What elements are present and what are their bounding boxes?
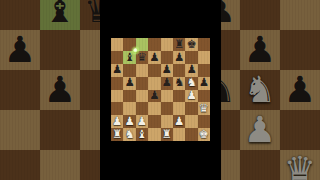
white-knight[interactable]: ♞ <box>124 129 134 141</box>
white-bishop[interactable]: ♝ <box>137 129 147 141</box>
square-h1[interactable]: ♚ <box>198 128 210 141</box>
square-h7[interactable] <box>198 51 210 64</box>
square-f5[interactable]: ♞ <box>173 77 185 90</box>
square-c7[interactable]: ♛ <box>136 51 148 64</box>
chess-board[interactable]: ♜♚♝♛♟♟♟♟♟♟♟♞♞♟♟♟♛♟♟♟♟♜♞♝♜♚ <box>111 38 210 141</box>
square-c5[interactable] <box>136 77 148 90</box>
square-b4[interactable] <box>123 90 135 103</box>
square-g1[interactable] <box>185 128 197 141</box>
square-h8[interactable] <box>198 38 210 51</box>
square-g2[interactable] <box>185 115 197 128</box>
square-g4[interactable]: ♟ <box>185 90 197 103</box>
square-e1[interactable]: ♜ <box>161 128 173 141</box>
square-d8[interactable] <box>148 38 160 51</box>
letterbox-column: ♜♚♝♛♟♟♟♟♟♟♟♞♞♟♟♟♛♟♟♟♟♜♞♝♜♚ <box>100 0 221 180</box>
black-pawn[interactable]: ♟ <box>112 64 122 76</box>
square-b7[interactable]: ♝ <box>123 51 135 64</box>
square-c1[interactable]: ♝ <box>136 128 148 141</box>
square-e8[interactable] <box>161 38 173 51</box>
black-pawn[interactable]: ♟ <box>174 52 184 64</box>
square-b5[interactable]: ♟ <box>123 77 135 90</box>
square-h5[interactable]: ♟ <box>198 77 210 90</box>
square-f4[interactable] <box>173 90 185 103</box>
square-a4[interactable] <box>111 90 123 103</box>
square-e5[interactable]: ♟ <box>161 77 173 90</box>
white-rook[interactable]: ♜ <box>112 129 122 141</box>
white-knight[interactable]: ♞ <box>186 77 196 89</box>
white-pawn[interactable]: ♟ <box>112 116 122 128</box>
black-king[interactable]: ♚ <box>186 39 196 51</box>
square-d3[interactable] <box>148 102 160 115</box>
white-rook[interactable]: ♜ <box>162 129 172 141</box>
black-pawn[interactable]: ♟ <box>186 64 196 76</box>
square-d2[interactable] <box>148 115 160 128</box>
white-queen[interactable]: ♛ <box>199 103 209 115</box>
square-e4[interactable] <box>161 90 173 103</box>
black-pawn[interactable]: ♟ <box>162 77 172 89</box>
square-c6[interactable] <box>136 64 148 77</box>
square-g3[interactable] <box>185 102 197 115</box>
square-f2[interactable]: ♟ <box>173 115 185 128</box>
black-pawn[interactable]: ♟ <box>162 64 172 76</box>
black-knight[interactable]: ♞ <box>174 77 184 89</box>
square-d4[interactable]: ♟ <box>148 90 160 103</box>
square-b1[interactable]: ♞ <box>123 128 135 141</box>
black-rook[interactable]: ♜ <box>174 39 184 51</box>
white-pawn[interactable]: ♟ <box>137 116 147 128</box>
video-frame: ♜♚♝♛♟♟♟♟♟♟♟♞♞♟♟♟♛♟♟♟♟♜♞♝♜♚ ♜♚♝♛♟♟♟♟♟♟♟♞♞… <box>0 0 320 180</box>
square-c4[interactable] <box>136 90 148 103</box>
black-pawn[interactable]: ♟ <box>199 77 209 89</box>
white-pawn[interactable]: ♟ <box>186 90 196 102</box>
square-h3[interactable]: ♛ <box>198 102 210 115</box>
square-a8[interactable] <box>111 38 123 51</box>
black-pawn[interactable]: ♟ <box>149 52 159 64</box>
square-a6[interactable]: ♟ <box>111 64 123 77</box>
square-a1[interactable]: ♜ <box>111 128 123 141</box>
white-pawn[interactable]: ♟ <box>124 116 134 128</box>
black-pawn[interactable]: ♟ <box>149 90 159 102</box>
square-a5[interactable] <box>111 77 123 90</box>
square-g8[interactable]: ♚ <box>185 38 197 51</box>
square-f1[interactable] <box>173 128 185 141</box>
square-d1[interactable] <box>148 128 160 141</box>
square-f8[interactable]: ♜ <box>173 38 185 51</box>
square-e3[interactable] <box>161 102 173 115</box>
square-d7[interactable]: ♟ <box>148 51 160 64</box>
square-f7[interactable]: ♟ <box>173 51 185 64</box>
white-king[interactable]: ♚ <box>199 129 209 141</box>
square-d6[interactable] <box>148 64 160 77</box>
black-queen[interactable]: ♛ <box>137 52 147 64</box>
black-bishop[interactable]: ♝ <box>124 52 134 64</box>
black-pawn[interactable]: ♟ <box>124 77 134 89</box>
white-pawn[interactable]: ♟ <box>174 116 184 128</box>
